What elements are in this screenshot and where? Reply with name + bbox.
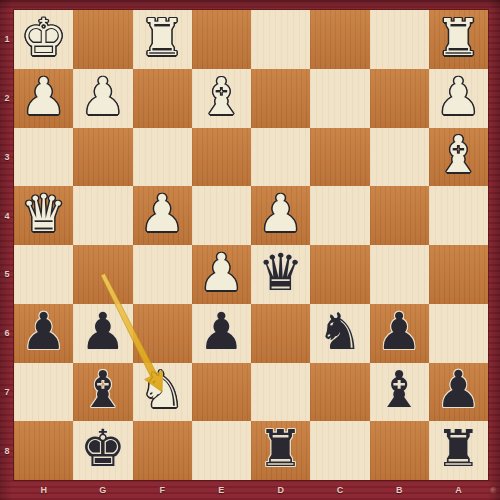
piece-black-bishop-b7[interactable]: ♝ <box>376 364 422 415</box>
square-a4[interactable] <box>429 186 488 245</box>
piece-black-queen-d5[interactable]: ♛ <box>258 247 304 298</box>
square-e2[interactable]: ♝ <box>192 69 251 128</box>
rank-label-5: 5 <box>0 245 14 304</box>
square-h7[interactable] <box>14 363 73 422</box>
square-f8[interactable] <box>133 421 192 480</box>
chess-board: ♚♜♜♟♟♝♟♝♛♟♟♟♛♟♟♟♞♟♝♞♝♟♚♜♜ <box>14 10 488 480</box>
piece-black-rook-a8[interactable]: ♜ <box>436 423 482 474</box>
piece-black-king-g8[interactable]: ♚ <box>80 423 126 474</box>
square-d4[interactable]: ♟ <box>251 186 310 245</box>
square-b8[interactable] <box>370 421 429 480</box>
rank-label-6: 6 <box>0 304 14 363</box>
piece-black-pawn-a7[interactable]: ♟ <box>436 364 482 415</box>
square-e6[interactable]: ♟ <box>192 304 251 363</box>
square-e3[interactable] <box>192 128 251 187</box>
square-e5[interactable]: ♟ <box>192 245 251 304</box>
rank-label-8: 8 <box>0 421 14 480</box>
rank-label-2: 2 <box>0 69 14 128</box>
square-e4[interactable] <box>192 186 251 245</box>
square-f3[interactable] <box>133 128 192 187</box>
file-labels: HGFEDCBA <box>14 480 488 500</box>
piece-white-king-h1[interactable]: ♚ <box>21 12 67 63</box>
square-e8[interactable] <box>192 421 251 480</box>
square-h3[interactable] <box>14 128 73 187</box>
piece-white-pawn-a2[interactable]: ♟ <box>436 71 482 122</box>
square-d6[interactable] <box>251 304 310 363</box>
square-h1[interactable]: ♚ <box>14 10 73 69</box>
piece-white-pawn-e5[interactable]: ♟ <box>199 247 245 298</box>
piece-black-knight-c6[interactable]: ♞ <box>317 306 363 357</box>
file-label-h: H <box>14 480 73 500</box>
square-a5[interactable] <box>429 245 488 304</box>
piece-white-pawn-g2[interactable]: ♟ <box>80 71 126 122</box>
square-g7[interactable]: ♝ <box>73 363 132 422</box>
square-b6[interactable]: ♟ <box>370 304 429 363</box>
piece-white-rook-f1[interactable]: ♜ <box>139 12 185 63</box>
square-b3[interactable] <box>370 128 429 187</box>
piece-white-bishop-e2[interactable]: ♝ <box>199 71 245 122</box>
square-d8[interactable]: ♜ <box>251 421 310 480</box>
square-b1[interactable] <box>370 10 429 69</box>
piece-white-pawn-d4[interactable]: ♟ <box>258 188 304 239</box>
rank-label-4: 4 <box>0 186 14 245</box>
square-f5[interactable] <box>133 245 192 304</box>
square-d3[interactable] <box>251 128 310 187</box>
piece-white-queen-h4[interactable]: ♛ <box>21 188 67 239</box>
square-d1[interactable] <box>251 10 310 69</box>
piece-white-pawn-f4[interactable]: ♟ <box>139 188 185 239</box>
square-g4[interactable] <box>73 186 132 245</box>
square-c8[interactable] <box>310 421 369 480</box>
rank-label-1: 1 <box>0 10 14 69</box>
piece-black-bishop-g7[interactable]: ♝ <box>80 364 126 415</box>
file-label-e: E <box>192 480 251 500</box>
rank-label-3: 3 <box>0 128 14 187</box>
square-d5[interactable]: ♛ <box>251 245 310 304</box>
piece-white-pawn-h2[interactable]: ♟ <box>21 71 67 122</box>
piece-white-bishop-a3[interactable]: ♝ <box>436 129 482 180</box>
rank-label-7: 7 <box>0 363 14 422</box>
square-f4[interactable]: ♟ <box>133 186 192 245</box>
square-d7[interactable] <box>251 363 310 422</box>
file-label-f: F <box>133 480 192 500</box>
square-g2[interactable]: ♟ <box>73 69 132 128</box>
square-g3[interactable] <box>73 128 132 187</box>
piece-black-pawn-e6[interactable]: ♟ <box>199 306 245 357</box>
square-b4[interactable] <box>370 186 429 245</box>
square-b2[interactable] <box>370 69 429 128</box>
square-h4[interactable]: ♛ <box>14 186 73 245</box>
piece-black-pawn-h6[interactable]: ♟ <box>21 306 67 357</box>
square-g5[interactable] <box>73 245 132 304</box>
square-e7[interactable] <box>192 363 251 422</box>
square-b7[interactable]: ♝ <box>370 363 429 422</box>
piece-black-pawn-b6[interactable]: ♟ <box>376 306 422 357</box>
frame-screw-decoration <box>490 487 497 494</box>
square-a8[interactable]: ♜ <box>429 421 488 480</box>
file-label-d: D <box>251 480 310 500</box>
square-c1[interactable] <box>310 10 369 69</box>
square-h2[interactable]: ♟ <box>14 69 73 128</box>
square-h6[interactable]: ♟ <box>14 304 73 363</box>
square-d2[interactable] <box>251 69 310 128</box>
piece-white-knight-f7[interactable]: ♞ <box>139 364 185 415</box>
piece-black-rook-d8[interactable]: ♜ <box>258 423 304 474</box>
square-a3[interactable]: ♝ <box>429 128 488 187</box>
square-g1[interactable] <box>73 10 132 69</box>
square-a2[interactable]: ♟ <box>429 69 488 128</box>
file-label-c: C <box>310 480 369 500</box>
square-c6[interactable]: ♞ <box>310 304 369 363</box>
square-f1[interactable]: ♜ <box>133 10 192 69</box>
square-g6[interactable]: ♟ <box>73 304 132 363</box>
file-label-b: B <box>370 480 429 500</box>
square-c4[interactable] <box>310 186 369 245</box>
piece-white-rook-a1[interactable]: ♜ <box>436 12 482 63</box>
square-c2[interactable] <box>310 69 369 128</box>
piece-black-pawn-g6[interactable]: ♟ <box>80 306 126 357</box>
file-label-a: A <box>429 480 488 500</box>
square-f6[interactable] <box>133 304 192 363</box>
square-b5[interactable] <box>370 245 429 304</box>
square-a7[interactable]: ♟ <box>429 363 488 422</box>
square-e1[interactable] <box>192 10 251 69</box>
square-c5[interactable] <box>310 245 369 304</box>
square-c3[interactable] <box>310 128 369 187</box>
square-f7[interactable]: ♞ <box>133 363 192 422</box>
square-a6[interactable] <box>429 304 488 363</box>
square-h8[interactable] <box>14 421 73 480</box>
square-f2[interactable] <box>133 69 192 128</box>
square-c7[interactable] <box>310 363 369 422</box>
square-g8[interactable]: ♚ <box>73 421 132 480</box>
square-h5[interactable] <box>14 245 73 304</box>
rank-labels: 12345678 <box>0 10 14 480</box>
file-label-g: G <box>73 480 132 500</box>
square-a1[interactable]: ♜ <box>429 10 488 69</box>
